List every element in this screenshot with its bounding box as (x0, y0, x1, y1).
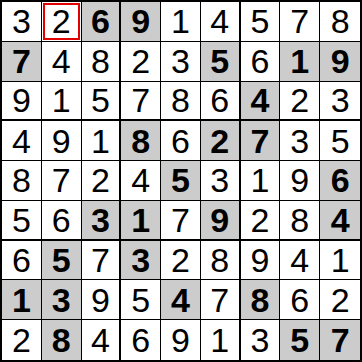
cell-r4c2[interactable]: 9 (42, 121, 82, 161)
cell-r4c7-given[interactable]: 7 (241, 121, 281, 161)
cell-r8c5-given[interactable]: 4 (161, 280, 201, 320)
cell-r9c3[interactable]: 4 (82, 320, 122, 360)
cell-r6c6-given[interactable]: 9 (201, 201, 241, 241)
cell-r5c7[interactable]: 1 (241, 161, 281, 201)
cell-r5c6[interactable]: 3 (201, 161, 241, 201)
cell-r8c4[interactable]: 5 (121, 280, 161, 320)
cell-r6c7[interactable]: 2 (241, 201, 281, 241)
cell-r7c8[interactable]: 4 (280, 241, 320, 281)
cell-r8c7-given[interactable]: 8 (241, 280, 281, 320)
cell-r9c1[interactable]: 2 (2, 320, 42, 360)
cell-r7c7[interactable]: 9 (241, 241, 281, 281)
cell-r2c3[interactable]: 8 (82, 42, 122, 82)
cell-r5c5-given[interactable]: 5 (161, 161, 201, 201)
cell-r1c4-given[interactable]: 9 (121, 2, 161, 42)
cell-r6c3-given[interactable]: 3 (82, 201, 122, 241)
cell-r6c1[interactable]: 5 (2, 201, 42, 241)
cell-r6c5[interactable]: 7 (161, 201, 201, 241)
cell-r3c4[interactable]: 7 (121, 82, 161, 122)
cell-r4c6-given[interactable]: 2 (201, 121, 241, 161)
cell-r4c4-given[interactable]: 8 (121, 121, 161, 161)
cell-r8c2-given[interactable]: 3 (42, 280, 82, 320)
cell-r5c3[interactable]: 2 (82, 161, 122, 201)
cell-r8c6[interactable]: 7 (201, 280, 241, 320)
cell-r3c7-given[interactable]: 4 (241, 82, 281, 122)
cell-r3c9[interactable]: 3 (320, 82, 360, 122)
cell-r5c4[interactable]: 4 (121, 161, 161, 201)
cell-r5c1[interactable]: 8 (2, 161, 42, 201)
cell-r9c5[interactable]: 9 (161, 320, 201, 360)
cell-r3c2[interactable]: 1 (42, 82, 82, 122)
cell-r8c8[interactable]: 6 (280, 280, 320, 320)
cell-r4c5[interactable]: 6 (161, 121, 201, 161)
cell-r8c9[interactable]: 2 (320, 280, 360, 320)
cell-r2c6-given[interactable]: 5 (201, 42, 241, 82)
cell-r2c7[interactable]: 6 (241, 42, 281, 82)
cell-r1c2-selected[interactable]: 2 (42, 2, 82, 42)
cell-r9c4[interactable]: 6 (121, 320, 161, 360)
cell-r2c5[interactable]: 3 (161, 42, 201, 82)
cell-r2c2[interactable]: 4 (42, 42, 82, 82)
cell-r6c2[interactable]: 6 (42, 201, 82, 241)
cell-r2c4[interactable]: 2 (121, 42, 161, 82)
cell-r2c9-given[interactable]: 9 (320, 42, 360, 82)
cell-r5c2[interactable]: 7 (42, 161, 82, 201)
cell-r1c7[interactable]: 5 (241, 2, 281, 42)
cell-r6c8[interactable]: 8 (280, 201, 320, 241)
cell-r9c6[interactable]: 1 (201, 320, 241, 360)
cell-r1c3-given[interactable]: 6 (82, 2, 122, 42)
cell-r1c1[interactable]: 3 (2, 2, 42, 42)
cell-r4c1[interactable]: 4 (2, 121, 42, 161)
cell-r4c8[interactable]: 3 (280, 121, 320, 161)
cell-r7c4-given[interactable]: 3 (121, 241, 161, 281)
cell-r9c7[interactable]: 3 (241, 320, 281, 360)
cell-r6c9-given[interactable]: 4 (320, 201, 360, 241)
cell-r9c8-given[interactable]: 5 (280, 320, 320, 360)
cell-r3c1[interactable]: 9 (2, 82, 42, 122)
cell-r6c4-given[interactable]: 1 (121, 201, 161, 241)
cell-r4c9[interactable]: 5 (320, 121, 360, 161)
cell-r1c9[interactable]: 8 (320, 2, 360, 42)
cell-r3c5[interactable]: 8 (161, 82, 201, 122)
cell-r2c1-given[interactable]: 7 (2, 42, 42, 82)
cell-r9c2-given[interactable]: 8 (42, 320, 82, 360)
cell-r7c2-given[interactable]: 5 (42, 241, 82, 281)
cell-r7c5[interactable]: 2 (161, 241, 201, 281)
cell-r4c3[interactable]: 1 (82, 121, 122, 161)
cell-r7c6[interactable]: 8 (201, 241, 241, 281)
cell-r1c5[interactable]: 1 (161, 2, 201, 42)
cell-r5c8[interactable]: 9 (280, 161, 320, 201)
cell-r7c1[interactable]: 6 (2, 241, 42, 281)
cell-r1c6[interactable]: 4 (201, 2, 241, 42)
cell-r1c8[interactable]: 7 (280, 2, 320, 42)
cell-r8c1-given[interactable]: 1 (2, 280, 42, 320)
cell-r3c6[interactable]: 6 (201, 82, 241, 122)
cell-r7c3[interactable]: 7 (82, 241, 122, 281)
cell-r3c3[interactable]: 5 (82, 82, 122, 122)
cell-r3c8[interactable]: 2 (280, 82, 320, 122)
cell-r7c9[interactable]: 1 (320, 241, 360, 281)
cell-r2c8-given[interactable]: 1 (280, 42, 320, 82)
cell-r5c9-given[interactable]: 6 (320, 161, 360, 201)
sudoku-board: 3269145787482356199157864234918627358724… (0, 0, 362, 362)
cell-r9c9-given[interactable]: 7 (320, 320, 360, 360)
cell-r8c3[interactable]: 9 (82, 280, 122, 320)
